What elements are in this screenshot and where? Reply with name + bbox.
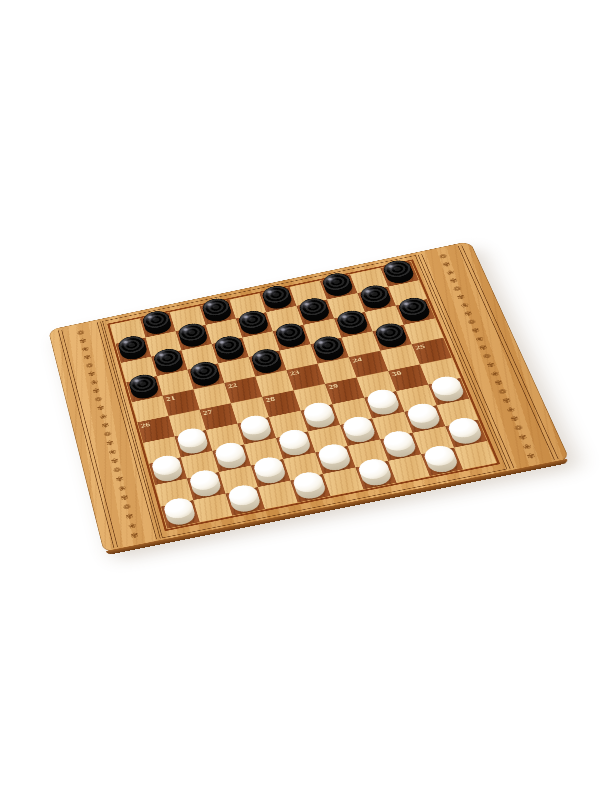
piece-white-48[interactable] (293, 476, 328, 501)
square-number: 24 (351, 355, 363, 364)
square-number: 23 (289, 368, 301, 377)
square-number: 26 (140, 420, 151, 429)
square-number: 27 (202, 408, 214, 417)
square-number: 28 (264, 395, 276, 404)
square-number: 30 (390, 369, 402, 378)
square-number: 21 (165, 394, 176, 403)
square-number: 25 (414, 342, 426, 351)
square-number: 22 (227, 381, 239, 390)
piece-white-46[interactable] (164, 503, 197, 528)
draughts-board: ❁✾❀✾❁✾❀✾❁✾❀✾❁✾❀✾❁✾❀✾❁✾❀✾❁✾ ❁✾❀✾❁✾❀✾❁✾❀✾❁… (48, 241, 570, 553)
square-number: 29 (327, 382, 339, 391)
piece-white-50[interactable] (424, 450, 460, 475)
piece-white-49[interactable] (358, 463, 393, 488)
piece-white-47[interactable] (228, 490, 262, 515)
product-photo: ❁✾❀✾❁✾❀✾❁✾❀✾❁✾❀✾❁✾❀✾❁✾❀✾❁✾ ❁✾❀✾❁✾❀✾❁✾❀✾❁… (0, 0, 600, 800)
